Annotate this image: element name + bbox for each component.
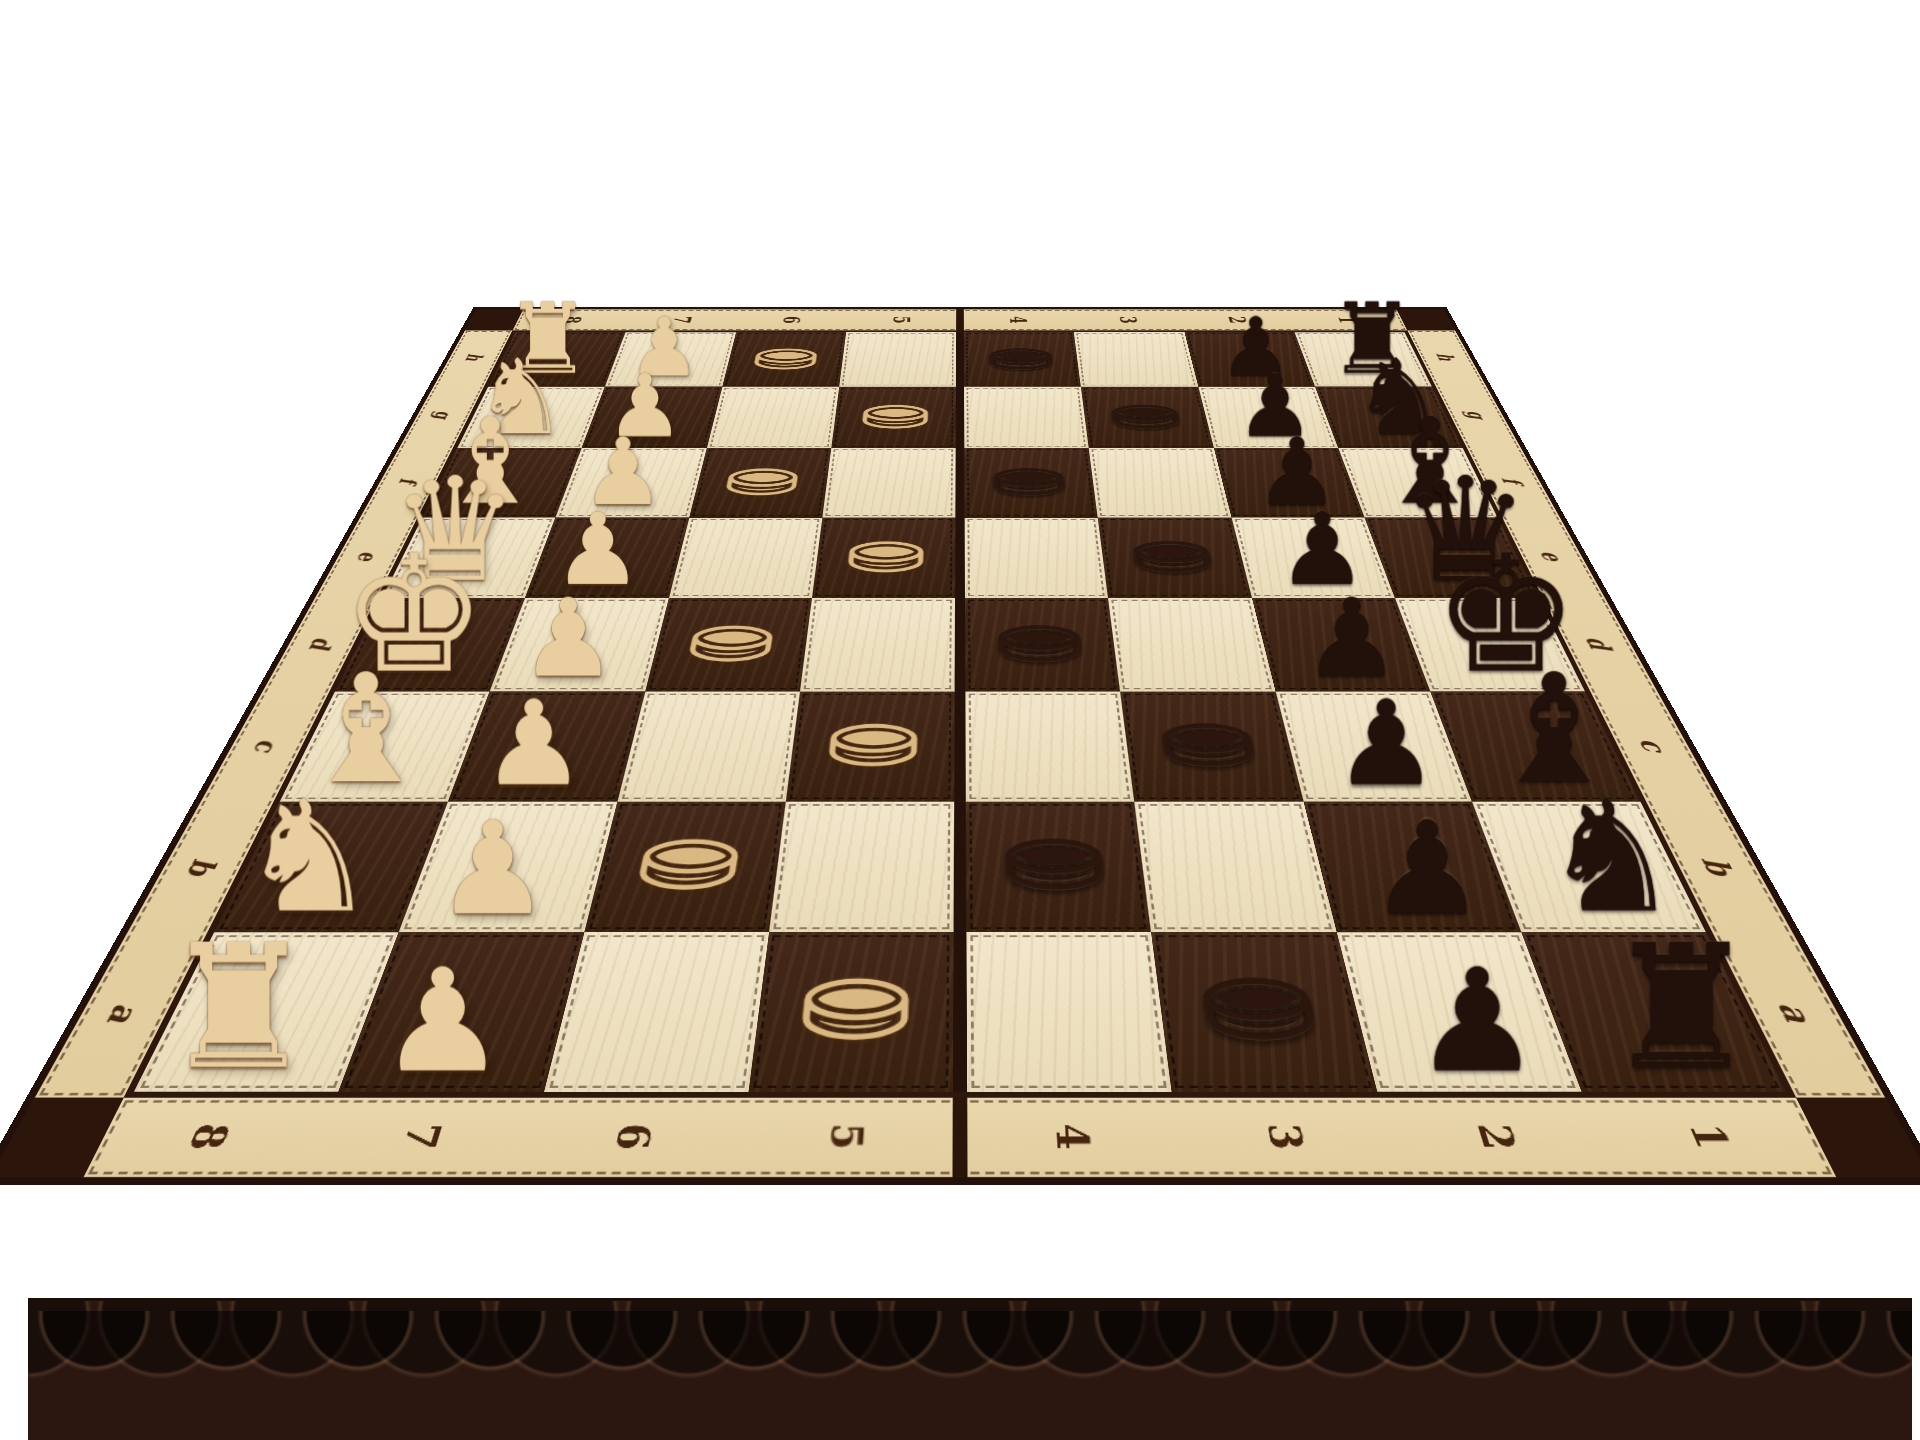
near-frame-band: 87654321: [84, 1098, 1837, 1177]
hinge-seam: [952, 1098, 967, 1177]
right-file-label-g: g: [1408, 402, 1545, 428]
square-b7: ♟: [399, 801, 617, 932]
square-e6: [669, 518, 823, 598]
square-b2: ♟: [1303, 801, 1521, 932]
square-f6: ⛂: [689, 448, 831, 518]
dark-checker-c3: ⛂: [1153, 702, 1264, 778]
light-checker-c5: ⛂: [822, 702, 923, 778]
square-c2: ♟: [1275, 691, 1471, 801]
square-c4: [965, 691, 1134, 801]
hinge-seam: [955, 598, 966, 691]
square-f3: [1089, 448, 1231, 518]
black-knight-b1: ♞: [1543, 786, 1681, 928]
square-e5: ⛂: [812, 518, 956, 598]
hinge-seam: [956, 309, 964, 330]
far-rank-label-5: 5: [876, 296, 926, 345]
dark-checker-b4: ⛂: [1000, 814, 1111, 905]
game-board: 87654321 hgfedcba ♜♟⛂⛂♟♜♞♟⛂⛂♟♞♝♟⛂⛂♟♝♛♟⛂⛂…: [0, 309, 1920, 1177]
hinge-seam: [955, 448, 964, 518]
square-b4: ⛂: [966, 801, 1151, 932]
hinge-seam: [954, 801, 967, 932]
light-checker-a5: ⛂: [793, 948, 916, 1058]
square-f4: ⛂: [964, 448, 1098, 518]
square-c6: [617, 691, 800, 801]
square-d3: [1108, 598, 1275, 691]
white-knight-b8: ♞: [239, 786, 377, 928]
dark-checker-f4: ⛂: [990, 455, 1070, 504]
square-b5: [769, 801, 954, 932]
black-pawn-c2: ♟: [1334, 690, 1439, 798]
box-front-apron: [28, 1298, 1912, 1440]
black-pawn-b2: ♟: [1370, 810, 1485, 928]
black-pawn-a2: ♟: [1414, 956, 1542, 1087]
square-e3: ⛂: [1098, 518, 1252, 598]
light-checker-e5: ⛂: [842, 526, 928, 582]
hinge-seam: [956, 387, 965, 448]
square-b6: ⛂: [584, 801, 786, 932]
white-rook-a8: ♜: [162, 930, 315, 1087]
square-c3: ⛂: [1120, 691, 1303, 801]
square-g5: ⛂: [831, 387, 956, 448]
white-pawn-a7: ♟: [379, 956, 507, 1087]
left-file-label-f: f: [334, 466, 482, 496]
hinge-seam: [954, 691, 966, 801]
black-rook-a1: ♜: [1605, 930, 1758, 1087]
playing-area: ♜♟⛂⛂♟♜♞♟⛂⛂♟♞♝♟⛂⛂♟♝♛♟⛂⛂♟♛♚♟⛂⛂♟♚♝♟⛂⛂♟♝♞♟⛂⛂…: [124, 331, 1797, 1098]
hinge-seam: [956, 332, 964, 386]
left-file-label-g: g: [374, 402, 511, 428]
dark-checker-e3: ⛂: [1126, 526, 1219, 582]
square-c7: ♟: [448, 691, 644, 801]
right-file-label-f: f: [1439, 466, 1587, 496]
white-pawn-b7: ♟: [435, 810, 550, 928]
square-g4: [964, 387, 1089, 448]
far-rank-label-6: 6: [763, 296, 820, 345]
left-file-label-h: h: [410, 346, 538, 369]
white-pawn-c7: ♟: [481, 690, 586, 798]
square-c5: ⛂: [786, 691, 955, 801]
far-rank-label-4: 4: [994, 296, 1044, 345]
square-e4: [965, 518, 1109, 598]
dark-checker-g3: ⛂: [1106, 393, 1186, 436]
light-checker-d6: ⛂: [680, 607, 781, 672]
square-a5: ⛂: [748, 932, 953, 1091]
board-squares: ♜♟⛂⛂♟♜♞♟⛂⛂♟♞♝♟⛂⛂♟♝♛♟⛂⛂♟♛♚♟⛂⛂♟♚♝♟⛂⛂♟♝♞♟⛂⛂…: [134, 332, 1786, 1091]
light-checker-g5: ⛂: [858, 393, 933, 436]
board-frame: 87654321 hgfedcba ♜♟⛂⛂♟♜♞♟⛂⛂♟♞♝♟⛂⛂♟♝♛♟⛂⛂…: [0, 309, 1920, 1177]
square-g6: [707, 387, 839, 448]
far-rank-label-3: 3: [1101, 296, 1158, 345]
right-file-label-h: h: [1382, 346, 1510, 369]
square-d6: ⛂: [645, 598, 812, 691]
dark-checker-a3: ⛂: [1191, 948, 1328, 1058]
black-pawn-d2: ♟: [1303, 589, 1400, 688]
square-f5: [822, 448, 956, 518]
hinge-seam: [953, 932, 967, 1091]
white-pawn-d7: ♟: [520, 589, 617, 688]
product-photo-scene: 87654321 hgfedcba ♜♟⛂⛂♟♜♞♟⛂⛂♟♞♝♟⛂⛂♟♝♛♟⛂⛂…: [0, 0, 1920, 1440]
light-checker-f6: ⛂: [719, 455, 805, 504]
light-checker-b6: ⛂: [627, 814, 749, 905]
square-a6: [543, 932, 768, 1091]
dark-checker-d4: ⛂: [994, 607, 1087, 672]
hinge-seam: [955, 518, 965, 598]
square-g3: ⛂: [1081, 387, 1213, 448]
square-b3: [1134, 801, 1336, 932]
square-a4: [966, 932, 1171, 1091]
square-d5: [800, 598, 955, 691]
square-d4: ⛂: [965, 598, 1120, 691]
